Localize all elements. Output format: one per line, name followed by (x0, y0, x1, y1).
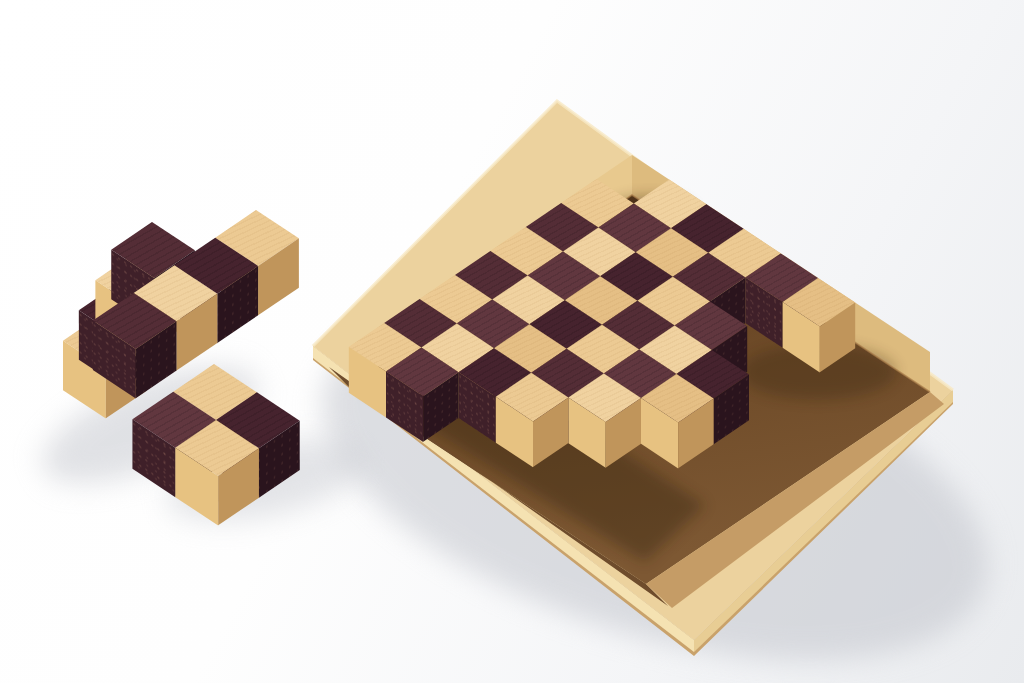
photo-scene (0, 0, 1024, 683)
